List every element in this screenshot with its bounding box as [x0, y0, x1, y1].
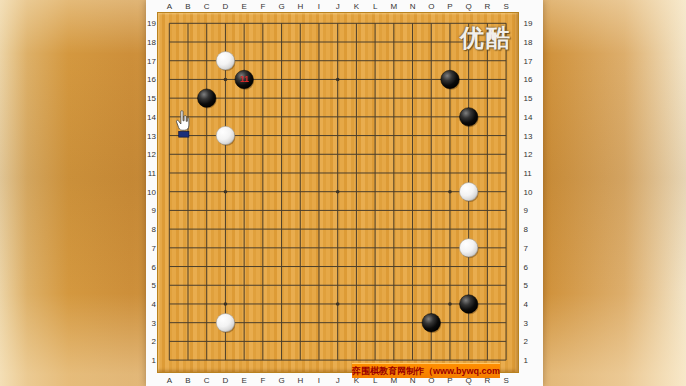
- column-label-top: O: [428, 2, 434, 11]
- column-label-bottom: E: [241, 376, 246, 385]
- white-stone[interactable]: [216, 313, 235, 333]
- column-label-bottom: J: [336, 376, 340, 385]
- column-label-top: S: [503, 2, 508, 11]
- column-label-bottom: B: [185, 376, 190, 385]
- row-label-left: 19: [147, 19, 156, 28]
- star-point: [336, 190, 340, 194]
- white-stone[interactable]: [459, 239, 478, 258]
- column-label-top: E: [241, 2, 246, 11]
- column-label-top: D: [223, 2, 229, 11]
- go-board-grid: AABBCCDDEEFFGGHHIIJJKKLLMMNNOOPPQQRRSS19…: [146, 0, 543, 386]
- black-stone[interactable]: [441, 70, 460, 89]
- black-stone[interactable]: 11: [235, 70, 254, 89]
- column-label-top: C: [204, 2, 210, 11]
- row-label-right: 13: [524, 132, 533, 141]
- row-label-left: 4: [152, 300, 157, 309]
- row-label-right: 6: [524, 263, 529, 272]
- row-label-right: 16: [524, 75, 533, 84]
- column-label-bottom: H: [297, 376, 303, 385]
- column-label-top: L: [373, 2, 378, 11]
- column-label-top: I: [318, 2, 320, 11]
- glove-hand: [176, 111, 188, 131]
- column-label-bottom: F: [260, 376, 265, 385]
- black-stone[interactable]: [422, 313, 441, 333]
- column-label-top: N: [410, 2, 416, 11]
- star-point: [336, 78, 340, 82]
- row-label-left: 12: [147, 150, 156, 159]
- row-label-left: 16: [147, 75, 156, 84]
- star-point: [448, 190, 452, 194]
- column-label-top: G: [278, 2, 284, 11]
- column-label-bottom: C: [204, 376, 210, 385]
- row-label-right: 17: [524, 57, 533, 66]
- column-label-bottom: A: [167, 376, 173, 385]
- column-label-top: F: [260, 2, 265, 11]
- row-label-right: 18: [524, 38, 533, 47]
- row-label-left: 5: [152, 281, 157, 290]
- row-label-left: 6: [152, 263, 157, 272]
- star-point: [224, 302, 228, 306]
- black-stone[interactable]: [198, 89, 217, 108]
- row-label-right: 14: [524, 113, 533, 122]
- white-stone[interactable]: [216, 126, 235, 146]
- row-label-left: 7: [152, 244, 157, 253]
- white-stone[interactable]: [459, 182, 478, 202]
- star-point: [224, 78, 228, 82]
- star-point: [336, 302, 340, 306]
- row-label-right: 9: [524, 206, 529, 215]
- row-label-right: 19: [524, 19, 533, 28]
- white-stone[interactable]: [216, 52, 235, 72]
- column-label-top: M: [390, 2, 397, 11]
- star-point: [224, 190, 228, 194]
- row-label-right: 12: [524, 150, 533, 159]
- row-label-right: 7: [524, 244, 529, 253]
- glove-cuff: [179, 131, 189, 137]
- row-label-left: 2: [152, 337, 157, 346]
- row-label-right: 1: [524, 356, 529, 365]
- column-label-bottom: G: [278, 376, 284, 385]
- star-point: [448, 302, 452, 306]
- row-label-left: 8: [152, 225, 157, 234]
- column-label-top: J: [336, 2, 340, 11]
- row-label-left: 9: [152, 206, 157, 215]
- youku-watermark: 优酷: [460, 22, 520, 54]
- column-label-top: K: [354, 2, 360, 11]
- video-frame: AABBCCDDEEFFGGHHIIJJKKLLMMNNOOPPQQRRSS19…: [0, 0, 686, 386]
- column-label-top: A: [167, 2, 173, 11]
- column-label-top: P: [447, 2, 452, 11]
- column-label-top: B: [185, 2, 190, 11]
- black-stone[interactable]: [459, 108, 478, 127]
- row-label-left: 10: [147, 188, 156, 197]
- row-label-right: 3: [524, 319, 529, 328]
- hand-cursor-icon: [174, 110, 192, 138]
- row-label-left: 15: [147, 94, 156, 103]
- row-label-right: 11: [524, 169, 533, 178]
- row-label-right: 10: [524, 188, 533, 197]
- row-label-right: 5: [524, 281, 529, 290]
- row-label-right: 15: [524, 94, 533, 103]
- row-label-right: 4: [524, 300, 529, 309]
- producer-banner: 博弈围棋教育网制作（www.bywq.com）: [352, 363, 500, 378]
- row-label-left: 18: [147, 38, 156, 47]
- black-stone[interactable]: [459, 295, 478, 315]
- column-label-top: R: [484, 2, 490, 11]
- column-label-bottom: D: [223, 376, 229, 385]
- move-number-label: 11: [240, 74, 249, 84]
- column-label-top: H: [297, 2, 303, 11]
- row-label-left: 13: [147, 132, 156, 141]
- column-label-bottom: S: [503, 376, 508, 385]
- row-label-left: 3: [152, 319, 157, 328]
- column-label-bottom: I: [318, 376, 320, 385]
- column-label-top: Q: [466, 2, 472, 11]
- row-label-left: 1: [152, 356, 157, 365]
- row-label-right: 2: [524, 337, 529, 346]
- go-app-panel: AABBCCDDEEFFGGHHIIJJKKLLMMNNOOPPQQRRSS19…: [146, 0, 543, 386]
- banner-text: 博弈围棋教育网制作（www.bywq.com）: [352, 365, 500, 378]
- row-label-left: 11: [148, 169, 157, 178]
- row-label-left: 14: [147, 113, 156, 122]
- row-label-left: 17: [147, 57, 156, 66]
- row-label-right: 8: [524, 225, 529, 234]
